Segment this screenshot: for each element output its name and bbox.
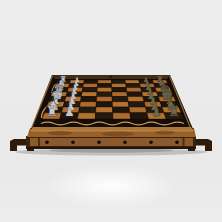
bronze-rook: ♜	[168, 104, 180, 119]
chess-set-illustration: ♜♟♜♟♞♟♞♟♝♟♝♟♛♟♛♟♚♟♚♟♝♟♝♟♞♟♞♟♜♟♜♟	[0, 0, 222, 222]
board-square	[97, 88, 112, 92]
board-square	[97, 92, 112, 97]
board-square	[96, 107, 113, 113]
board-square	[127, 92, 143, 97]
rail-peg-dot	[97, 141, 101, 145]
board-square	[113, 107, 130, 113]
board-square	[125, 80, 140, 84]
board-square	[98, 80, 112, 84]
rail-peg-dot	[175, 141, 179, 145]
board-square	[112, 84, 127, 88]
board-square	[80, 102, 97, 107]
board-square	[126, 88, 142, 92]
board-square	[95, 113, 113, 119]
board-square	[83, 84, 98, 88]
outer-rim-front	[31, 127, 193, 130]
board-square	[79, 107, 96, 113]
board-square	[126, 84, 141, 88]
board-square	[96, 102, 112, 107]
board-square	[129, 107, 147, 113]
rail-peg-dot	[71, 141, 75, 145]
board-square	[112, 97, 128, 102]
rail-peg-dot	[45, 141, 49, 145]
silver-pawn: ♟	[64, 106, 74, 119]
board-square	[112, 88, 127, 92]
board-square	[128, 102, 145, 107]
board-square	[112, 80, 126, 84]
board-square	[81, 97, 97, 102]
board-square	[82, 88, 97, 92]
rail-peg-dot	[149, 141, 153, 145]
clasp	[110, 75, 113, 78]
board-square	[84, 80, 98, 84]
rail-notch-left	[38, 138, 40, 147]
board-square	[78, 113, 96, 119]
rail-notch-right	[183, 138, 185, 147]
board-square	[130, 113, 149, 119]
bronze-pawn: ♟	[151, 106, 161, 119]
board-square	[128, 97, 145, 102]
board-square	[97, 84, 111, 88]
board-square	[112, 92, 128, 97]
front-rail-shadow-line	[26, 147, 196, 149]
rail-peg-dot	[123, 141, 127, 145]
board-square	[113, 113, 131, 119]
board-square	[112, 102, 129, 107]
silver-rook: ♜	[46, 104, 58, 119]
board-square	[81, 92, 97, 97]
front-rail-strip	[30, 138, 193, 146]
chess-set-photo: ♜♟♜♟♞♟♞♟♝♟♝♟♛♟♛♟♚♟♚♟♝♟♝♟♞♟♞♟♜♟♜♟	[0, 0, 222, 222]
board-square	[96, 97, 112, 102]
